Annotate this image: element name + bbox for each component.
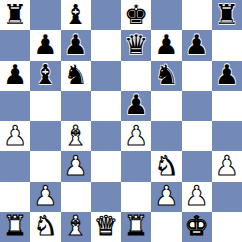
square-f5[interactable] xyxy=(151,91,181,121)
square-e6[interactable] xyxy=(121,61,151,91)
piece-black-queen[interactable]: ♛ xyxy=(124,31,148,58)
square-g4[interactable] xyxy=(182,121,212,151)
piece-white-knight[interactable]: ♞ xyxy=(33,212,57,239)
piece-black-pawn[interactable]: ♟︎ xyxy=(33,31,57,58)
square-h8[interactable]: ♜ xyxy=(212,0,242,30)
square-b4[interactable] xyxy=(30,121,60,151)
square-e8[interactable]: ♚ xyxy=(121,0,151,30)
square-h2[interactable] xyxy=(212,182,242,212)
piece-white-knight[interactable]: ♞ xyxy=(154,152,178,179)
piece-white-king[interactable]: ♚ xyxy=(185,212,209,239)
square-d6[interactable] xyxy=(91,61,121,91)
square-e2[interactable] xyxy=(121,182,151,212)
square-f4[interactable] xyxy=(151,121,181,151)
square-c3[interactable]: ♟︎ xyxy=(61,151,91,181)
square-d8[interactable] xyxy=(91,0,121,30)
square-f1[interactable] xyxy=(151,212,181,242)
square-e7[interactable]: ♛ xyxy=(121,30,151,60)
square-d2[interactable] xyxy=(91,182,121,212)
piece-white-pawn[interactable]: ♟︎ xyxy=(215,152,239,179)
square-c5[interactable] xyxy=(61,91,91,121)
square-a7[interactable] xyxy=(0,30,30,60)
square-d5[interactable] xyxy=(91,91,121,121)
square-c1[interactable]: ♝ xyxy=(61,212,91,242)
square-h6[interactable]: ♟︎ xyxy=(212,61,242,91)
square-a1[interactable]: ♜ xyxy=(0,212,30,242)
square-e3[interactable] xyxy=(121,151,151,181)
square-g6[interactable] xyxy=(182,61,212,91)
square-a2[interactable] xyxy=(0,182,30,212)
square-b3[interactable] xyxy=(30,151,60,181)
square-d7[interactable] xyxy=(91,30,121,60)
square-b7[interactable]: ♟︎ xyxy=(30,30,60,60)
square-h4[interactable] xyxy=(212,121,242,151)
square-a5[interactable] xyxy=(0,91,30,121)
piece-black-pawn[interactable]: ♟︎ xyxy=(3,61,27,88)
piece-black-pawn[interactable]: ♟︎ xyxy=(124,91,148,118)
piece-white-queen[interactable]: ♛ xyxy=(94,212,118,239)
square-f7[interactable]: ♟︎ xyxy=(151,30,181,60)
square-a8[interactable]: ♜ xyxy=(0,0,30,30)
piece-black-bishop[interactable]: ♝ xyxy=(33,61,57,88)
square-e1[interactable]: ♜ xyxy=(121,212,151,242)
square-e4[interactable]: ♟︎ xyxy=(121,121,151,151)
piece-black-pawn[interactable]: ♟︎ xyxy=(154,31,178,58)
piece-black-pawn[interactable]: ♟︎ xyxy=(64,31,88,58)
square-b8[interactable] xyxy=(30,0,60,30)
square-c8[interactable]: ♝ xyxy=(61,0,91,30)
square-d4[interactable] xyxy=(91,121,121,151)
square-f3[interactable]: ♞ xyxy=(151,151,181,181)
square-d3[interactable] xyxy=(91,151,121,181)
square-h3[interactable]: ♟︎ xyxy=(212,151,242,181)
piece-black-king[interactable]: ♚ xyxy=(124,1,148,28)
square-b1[interactable]: ♞ xyxy=(30,212,60,242)
piece-black-rook[interactable]: ♜ xyxy=(215,1,239,28)
piece-white-pawn[interactable]: ♟︎ xyxy=(185,182,209,209)
square-h1[interactable] xyxy=(212,212,242,242)
piece-white-rook[interactable]: ♜ xyxy=(3,212,27,239)
piece-black-rook[interactable]: ♜ xyxy=(3,1,27,28)
square-h5[interactable] xyxy=(212,91,242,121)
piece-white-pawn[interactable]: ♟︎ xyxy=(64,152,88,179)
square-c4[interactable]: ♝ xyxy=(61,121,91,151)
piece-white-rook[interactable]: ♜ xyxy=(124,212,148,239)
square-f6[interactable]: ♞ xyxy=(151,61,181,91)
square-f8[interactable] xyxy=(151,0,181,30)
piece-black-knight[interactable]: ♞ xyxy=(154,61,178,88)
square-a4[interactable]: ♟︎ xyxy=(0,121,30,151)
square-g5[interactable] xyxy=(182,91,212,121)
piece-black-bishop[interactable]: ♝ xyxy=(64,1,88,28)
piece-white-bishop[interactable]: ♝ xyxy=(64,212,88,239)
square-c2[interactable] xyxy=(61,182,91,212)
piece-white-pawn[interactable]: ♟︎ xyxy=(124,122,148,149)
piece-black-knight[interactable]: ♞ xyxy=(64,61,88,88)
piece-white-pawn[interactable]: ♟︎ xyxy=(3,122,27,149)
piece-black-pawn[interactable]: ♟︎ xyxy=(215,61,239,88)
piece-black-pawn[interactable]: ♟︎ xyxy=(185,31,209,58)
square-b5[interactable] xyxy=(30,91,60,121)
square-b6[interactable]: ♝ xyxy=(30,61,60,91)
square-e5[interactable]: ♟︎ xyxy=(121,91,151,121)
piece-white-pawn[interactable]: ♟︎ xyxy=(154,182,178,209)
square-f2[interactable]: ♟︎ xyxy=(151,182,181,212)
square-a6[interactable]: ♟︎ xyxy=(0,61,30,91)
piece-white-bishop[interactable]: ♝ xyxy=(64,122,88,149)
square-b2[interactable]: ♟︎ xyxy=(30,182,60,212)
square-a3[interactable] xyxy=(0,151,30,181)
square-h7[interactable] xyxy=(212,30,242,60)
piece-white-pawn[interactable]: ♟︎ xyxy=(33,182,57,209)
square-g7[interactable]: ♟︎ xyxy=(182,30,212,60)
square-c7[interactable]: ♟︎ xyxy=(61,30,91,60)
square-g3[interactable] xyxy=(182,151,212,181)
square-c6[interactable]: ♞ xyxy=(61,61,91,91)
chess-board: ♜♝♚♜♟︎♟︎♛♟︎♟︎♟︎♝♞♞♟︎♟︎♟︎♝♟︎♟︎♞♟︎♟︎♟︎♟︎♜♞… xyxy=(0,0,242,242)
square-g8[interactable] xyxy=(182,0,212,30)
square-d1[interactable]: ♛ xyxy=(91,212,121,242)
square-g2[interactable]: ♟︎ xyxy=(182,182,212,212)
square-g1[interactable]: ♚ xyxy=(182,212,212,242)
